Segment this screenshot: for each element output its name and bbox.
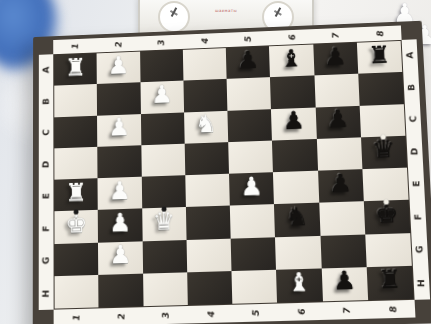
square-b2[interactable] <box>97 82 140 115</box>
square-e5[interactable]: ♟ <box>229 172 274 206</box>
coord-label-B: B <box>39 94 54 109</box>
white-pawn-e5[interactable]: ♟ <box>240 173 263 199</box>
coord-label-5: 5 <box>245 300 265 324</box>
finial-whitedot <box>380 135 385 140</box>
square-g4[interactable] <box>186 238 231 272</box>
square-g8[interactable] <box>365 233 412 267</box>
square-b5[interactable] <box>227 77 272 110</box>
square-e1[interactable]: ♜ <box>54 178 98 211</box>
square-e6[interactable] <box>273 171 319 205</box>
square-b1[interactable] <box>54 84 97 117</box>
white-pawn-f2[interactable]: ♟ <box>109 210 131 236</box>
clock-dial-left <box>158 1 190 33</box>
finial-blackdot <box>74 209 79 214</box>
square-g5[interactable] <box>231 237 277 271</box>
square-c1[interactable] <box>54 115 97 148</box>
square-f6[interactable]: ♞ <box>274 203 320 237</box>
square-e8[interactable] <box>362 168 408 202</box>
square-b4[interactable] <box>183 79 227 112</box>
square-g6[interactable] <box>275 235 321 269</box>
clock-brand-text: шахматы <box>140 8 312 13</box>
square-h5[interactable] <box>231 270 277 304</box>
coord-label-G: G <box>39 253 54 268</box>
black-knight-f6[interactable]: ♞ <box>285 204 308 230</box>
black-pawn-c7[interactable]: ♟ <box>326 106 349 131</box>
square-f4[interactable] <box>186 206 231 240</box>
black-pawn-h7[interactable]: ♟ <box>332 268 356 294</box>
square-g3[interactable] <box>142 240 187 274</box>
finial-whitedot <box>383 199 388 204</box>
coord-label-D: D <box>39 157 54 172</box>
square-a5[interactable]: ♟ <box>226 46 270 79</box>
black-rook-h8[interactable]: ♜ <box>378 267 402 293</box>
square-g2[interactable]: ♟ <box>98 241 142 275</box>
black-queen-d8[interactable]: ♛ <box>372 137 396 163</box>
square-b3[interactable]: ♟ <box>140 81 184 114</box>
square-g7[interactable] <box>320 234 366 268</box>
square-e2[interactable]: ♟ <box>98 177 142 210</box>
square-a7[interactable]: ♟ <box>313 43 358 76</box>
square-h3[interactable] <box>143 272 188 306</box>
coord-label-F: F <box>39 221 54 236</box>
coord-label-A: A <box>39 63 54 77</box>
black-rook-a8[interactable]: ♜ <box>367 42 390 67</box>
square-c6[interactable]: ♟ <box>271 107 316 140</box>
white-king-f1[interactable]: ♚ <box>65 211 87 237</box>
square-h6[interactable]: ♝ <box>276 268 322 302</box>
square-a2[interactable]: ♟ <box>97 52 140 85</box>
square-h1[interactable] <box>55 275 99 309</box>
coord-label-6: 6 <box>291 300 311 324</box>
square-f1[interactable]: ♚ <box>54 210 98 244</box>
white-pawn-c2[interactable]: ♟ <box>108 115 130 140</box>
square-b7[interactable] <box>314 74 359 107</box>
board-grid: ♜♟♟♝♟♜♟♟♞♟♟♛♜♟♟♟♚♟♛♞♚♟♝♟♜ <box>53 40 414 310</box>
square-d3[interactable] <box>141 143 185 176</box>
square-c2[interactable]: ♟ <box>97 114 141 147</box>
square-d6[interactable] <box>272 139 317 172</box>
coord-label-B: B <box>402 80 428 95</box>
square-a8[interactable]: ♜ <box>357 41 403 74</box>
white-queen-f3[interactable]: ♛ <box>153 208 176 234</box>
black-pawn-e7[interactable]: ♟ <box>329 170 353 196</box>
square-d4[interactable] <box>184 142 229 175</box>
chessboard: 12345678 12345678 ABCDEFGH ABCDEFGH ♜♟♟♝… <box>33 21 431 324</box>
coord-label-C: C <box>402 111 430 126</box>
square-f8[interactable]: ♚ <box>364 200 411 234</box>
black-bishop-a6[interactable]: ♝ <box>280 46 303 71</box>
square-f2[interactable]: ♟ <box>98 209 142 243</box>
square-e3[interactable] <box>141 175 185 208</box>
coord-label-A: A <box>402 48 427 63</box>
square-d7[interactable] <box>316 137 362 171</box>
square-d1[interactable] <box>54 147 97 180</box>
finial-blackdot <box>161 206 166 211</box>
square-b6[interactable] <box>270 76 315 109</box>
file-labels-left: ABCDEFGH <box>39 54 54 310</box>
square-d2[interactable] <box>98 145 142 178</box>
coord-label-H: H <box>39 286 54 301</box>
square-a1[interactable]: ♜ <box>54 53 97 85</box>
coord-label-7: 7 <box>336 300 355 324</box>
coord-label-E: E <box>39 189 54 204</box>
square-d5[interactable] <box>228 140 273 173</box>
square-b8[interactable] <box>358 72 404 105</box>
black-king-f8[interactable]: ♚ <box>375 201 399 227</box>
white-pawn-e2[interactable]: ♟ <box>108 178 130 203</box>
square-f7[interactable] <box>319 201 365 235</box>
black-pawn-a5[interactable]: ♟ <box>237 47 260 72</box>
white-pawn-b3[interactable]: ♟ <box>151 82 173 107</box>
square-e4[interactable] <box>185 174 230 208</box>
square-c4[interactable]: ♞ <box>184 110 228 143</box>
photo-scene: шахматы ♟ ♟ 12345678 12345678 ABCDEFGH A… <box>0 0 431 324</box>
square-c8[interactable] <box>359 104 405 137</box>
square-a4[interactable] <box>183 48 227 81</box>
square-a6[interactable]: ♝ <box>269 45 314 78</box>
square-h7[interactable]: ♟ <box>321 267 368 301</box>
white-rook-e1[interactable]: ♜ <box>65 179 87 204</box>
square-d8[interactable]: ♛ <box>361 136 407 170</box>
white-knight-c4[interactable]: ♞ <box>195 111 218 136</box>
square-f5[interactable] <box>230 204 275 238</box>
white-pawn-g2[interactable]: ♟ <box>109 242 132 268</box>
square-f3[interactable]: ♛ <box>142 207 187 241</box>
white-rook-a1[interactable]: ♜ <box>65 54 87 79</box>
square-c3[interactable] <box>140 112 184 145</box>
square-a3[interactable] <box>140 50 184 83</box>
square-g1[interactable] <box>55 242 99 276</box>
square-c7[interactable]: ♟ <box>315 105 361 138</box>
white-pawn-a2[interactable]: ♟ <box>107 53 129 78</box>
coord-label-2: 2 <box>109 25 127 54</box>
black-pawn-c6[interactable]: ♟ <box>282 108 305 133</box>
coord-label-8: 8 <box>382 300 401 324</box>
square-h2[interactable] <box>98 273 143 307</box>
square-h8[interactable]: ♜ <box>366 266 413 300</box>
square-e7[interactable]: ♟ <box>318 169 364 203</box>
coord-label-C: C <box>39 125 54 140</box>
square-h4[interactable] <box>187 271 232 305</box>
coord-label-1: 1 <box>66 25 84 54</box>
black-pawn-a7[interactable]: ♟ <box>324 44 347 69</box>
white-bishop-h6[interactable]: ♝ <box>287 269 311 295</box>
square-c5[interactable] <box>227 109 272 142</box>
